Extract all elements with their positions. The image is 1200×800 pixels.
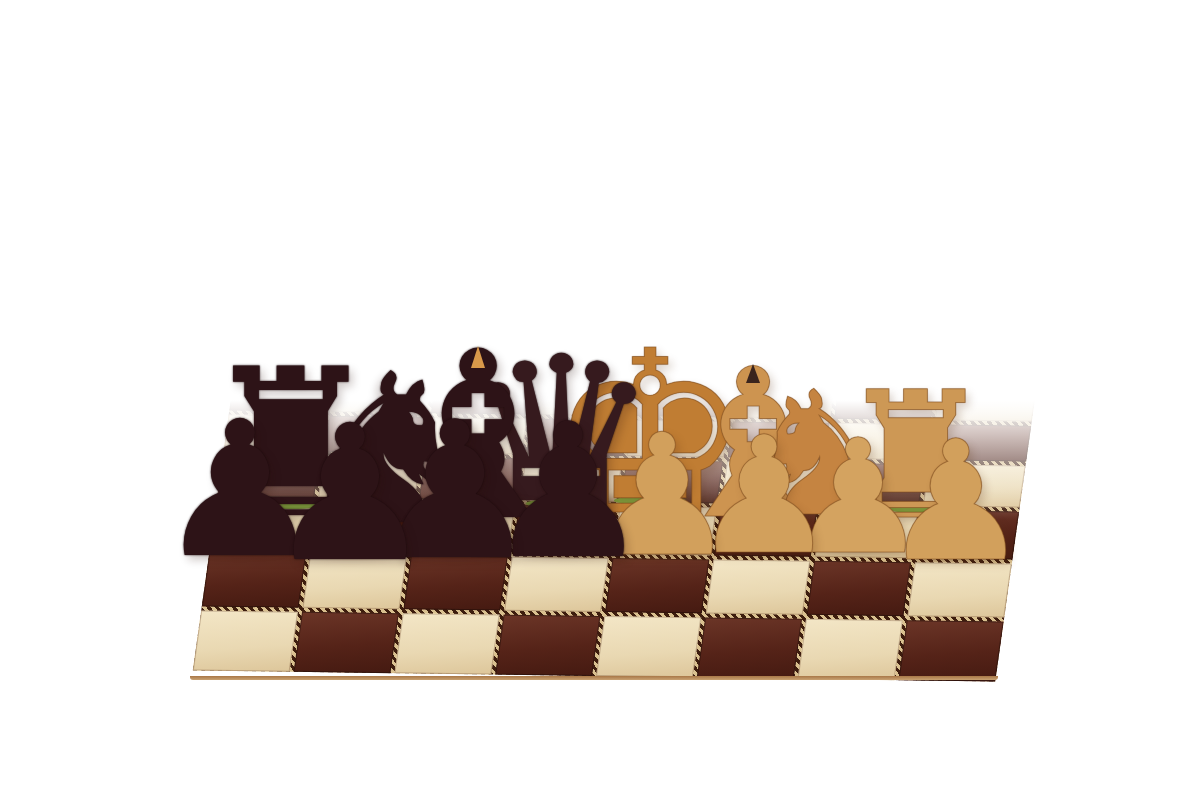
piece-dark-pawn-b3: ♟ bbox=[256, 390, 444, 550]
light-pawn-icon: ♟ bbox=[882, 419, 1031, 585]
chess-set-product-photo: ♚♛♜♝♝♞♜♞♟♟♟♟♟♟♟♟ bbox=[0, 0, 1200, 800]
dark-pawn-icon: ♟ bbox=[266, 400, 435, 588]
piece-light-pawn-h3: ♟ bbox=[873, 411, 1039, 552]
pieces-layer: ♚♛♜♝♝♞♜♞♟♟♟♟♟♟♟♟ bbox=[0, 0, 1200, 800]
